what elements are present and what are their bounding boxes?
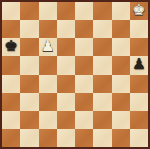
square-h5[interactable]: ♟: [130, 56, 148, 74]
square-a5[interactable]: [2, 56, 20, 74]
square-f4[interactable]: [93, 75, 111, 93]
square-d8[interactable]: [57, 2, 75, 20]
square-g1[interactable]: [112, 129, 130, 147]
square-g8[interactable]: [112, 2, 130, 20]
square-g6[interactable]: [112, 38, 130, 56]
square-g3[interactable]: [112, 93, 130, 111]
square-d6[interactable]: [57, 38, 75, 56]
square-f7[interactable]: [93, 20, 111, 38]
square-b4[interactable]: [20, 75, 38, 93]
square-c8[interactable]: [39, 2, 57, 20]
square-b3[interactable]: [20, 93, 38, 111]
square-c6[interactable]: ♟: [39, 38, 57, 56]
square-c1[interactable]: [39, 129, 57, 147]
square-c3[interactable]: [39, 93, 57, 111]
white-pawn[interactable]: ♟: [41, 39, 54, 54]
square-c7[interactable]: [39, 20, 57, 38]
square-e2[interactable]: [75, 111, 93, 129]
square-b1[interactable]: [20, 129, 38, 147]
black-pawn[interactable]: ♟: [132, 57, 145, 72]
square-f6[interactable]: [93, 38, 111, 56]
square-b5[interactable]: [20, 56, 38, 74]
square-g2[interactable]: [112, 111, 130, 129]
square-c4[interactable]: [39, 75, 57, 93]
square-g4[interactable]: [112, 75, 130, 93]
square-h2[interactable]: [130, 111, 148, 129]
square-h3[interactable]: [130, 93, 148, 111]
square-c5[interactable]: [39, 56, 57, 74]
square-f3[interactable]: [93, 93, 111, 111]
square-d7[interactable]: [57, 20, 75, 38]
square-f5[interactable]: [93, 56, 111, 74]
square-g5[interactable]: [112, 56, 130, 74]
square-b8[interactable]: [20, 2, 38, 20]
square-h4[interactable]: [130, 75, 148, 93]
white-king[interactable]: ♚: [132, 3, 145, 18]
square-b6[interactable]: [20, 38, 38, 56]
square-e1[interactable]: [75, 129, 93, 147]
square-e8[interactable]: [75, 2, 93, 20]
square-g7[interactable]: [112, 20, 130, 38]
square-a7[interactable]: [2, 20, 20, 38]
square-d3[interactable]: [57, 93, 75, 111]
square-a4[interactable]: [2, 75, 20, 93]
square-e4[interactable]: [75, 75, 93, 93]
square-e3[interactable]: [75, 93, 93, 111]
square-f2[interactable]: [93, 111, 111, 129]
square-f1[interactable]: [93, 129, 111, 147]
square-a8[interactable]: [2, 2, 20, 20]
square-f8[interactable]: [93, 2, 111, 20]
square-h7[interactable]: [130, 20, 148, 38]
square-b7[interactable]: [20, 20, 38, 38]
black-king[interactable]: ♚: [4, 39, 17, 54]
board-border: ♚♚♟♟: [0, 0, 150, 149]
square-e5[interactable]: [75, 56, 93, 74]
chess-board[interactable]: ♚♚♟♟: [2, 2, 148, 147]
square-d1[interactable]: [57, 129, 75, 147]
square-e6[interactable]: [75, 38, 93, 56]
square-h6[interactable]: [130, 38, 148, 56]
square-d2[interactable]: [57, 111, 75, 129]
square-b2[interactable]: [20, 111, 38, 129]
square-a1[interactable]: [2, 129, 20, 147]
square-e7[interactable]: [75, 20, 93, 38]
square-h8[interactable]: ♚: [130, 2, 148, 20]
square-h1[interactable]: [130, 129, 148, 147]
square-d5[interactable]: [57, 56, 75, 74]
square-c2[interactable]: [39, 111, 57, 129]
chess-board-screenshot: ♚♚♟♟: [0, 0, 150, 149]
square-a2[interactable]: [2, 111, 20, 129]
square-d4[interactable]: [57, 75, 75, 93]
square-a6[interactable]: ♚: [2, 38, 20, 56]
square-a3[interactable]: [2, 93, 20, 111]
